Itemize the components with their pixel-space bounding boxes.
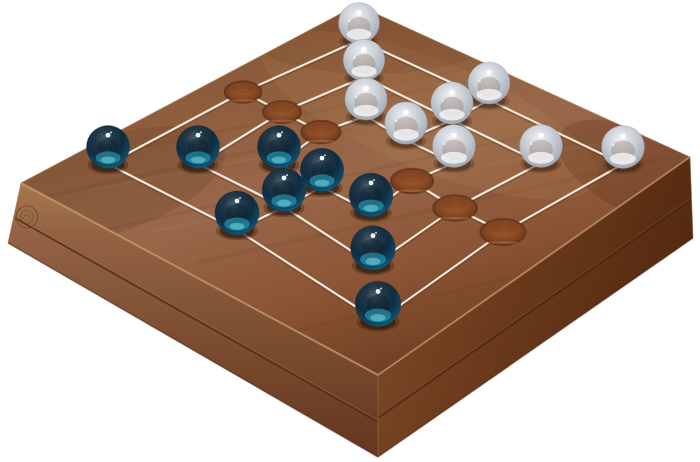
marble-teal-d3[interactable] bbox=[300, 148, 343, 197]
point-f4-hole[interactable] bbox=[433, 195, 477, 221]
marble-teal-g1[interactable] bbox=[355, 281, 400, 331]
marble-teal-c3[interactable] bbox=[258, 126, 301, 175]
nine-mens-morris-board bbox=[0, 0, 700, 462]
point-g4-hole[interactable] bbox=[480, 219, 526, 245]
marble-clear-e5[interactable] bbox=[433, 125, 476, 174]
marble-clear-d7[interactable] bbox=[468, 62, 510, 110]
marble-teal-d2[interactable] bbox=[262, 168, 306, 217]
marble-teal-f2[interactable] bbox=[351, 226, 396, 276]
marble-teal-b2[interactable] bbox=[177, 126, 220, 175]
product-photo-scene bbox=[0, 0, 700, 462]
marble-teal-a1[interactable] bbox=[87, 126, 130, 175]
point-c4-hole[interactable] bbox=[301, 121, 341, 144]
point-e4-hole[interactable] bbox=[391, 169, 433, 194]
point-b4-hole[interactable] bbox=[263, 101, 301, 123]
marble-clear-f6[interactable] bbox=[520, 125, 563, 174]
marble-clear-d5[interactable] bbox=[385, 102, 428, 150]
point-a4-hole[interactable] bbox=[224, 81, 261, 103]
marble-teal-e3[interactable] bbox=[349, 173, 393, 222]
marble-teal-d1[interactable] bbox=[215, 191, 259, 240]
marble-clear-d6[interactable] bbox=[431, 82, 473, 130]
marble-clear-g7[interactable] bbox=[602, 126, 645, 175]
marble-clear-c5[interactable] bbox=[345, 78, 387, 126]
